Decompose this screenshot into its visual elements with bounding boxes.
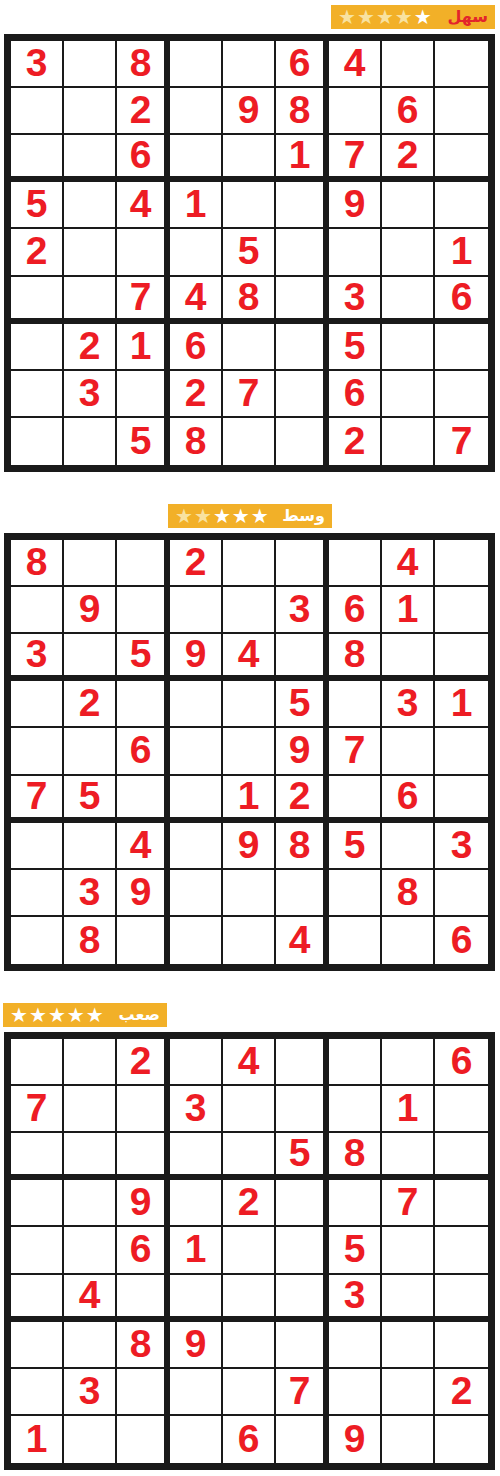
- sudoku-cell-r9c2[interactable]: [64, 1416, 117, 1463]
- star-empty-icon: ★: [175, 506, 193, 526]
- sudoku-cell-r9c7[interactable]: 2: [329, 418, 382, 465]
- sudoku-cell-r5c7[interactable]: [329, 229, 382, 276]
- sudoku-cell-r5c7[interactable]: 7: [329, 728, 382, 775]
- difficulty-label-medium: وسط: [282, 505, 325, 527]
- sudoku-cell-r6c8[interactable]: [382, 1275, 435, 1322]
- sudoku-cell-r4c1[interactable]: [11, 681, 64, 728]
- sudoku-cell-r9c9[interactable]: [435, 1416, 488, 1463]
- puzzle-hard: ★★★★★ صعب 246731589276154389372169: [0, 1003, 500, 1470]
- sudoku-cell-r9c9[interactable]: 6: [435, 917, 488, 964]
- sudoku-cell-r2c8[interactable]: 1: [382, 1086, 435, 1133]
- sudoku-cell-r1c1[interactable]: 3: [11, 41, 64, 88]
- sudoku-cell-r8c9[interactable]: 2: [435, 1369, 488, 1416]
- given-digit: 6: [344, 373, 366, 412]
- sudoku-cell-r4c7[interactable]: [329, 681, 382, 728]
- sudoku-cell-r1c8[interactable]: [382, 41, 435, 88]
- sudoku-cell-r6c5[interactable]: [223, 1275, 276, 1322]
- sudoku-cell-r2c2[interactable]: [64, 88, 117, 135]
- given-digit: 3: [344, 1275, 366, 1314]
- sudoku-cell-r6c7[interactable]: [329, 776, 382, 823]
- sudoku-cell-r4c5[interactable]: [223, 182, 276, 229]
- sudoku-cell-r1c7[interactable]: [329, 540, 382, 587]
- sudoku-cell-r7c5[interactable]: [223, 324, 276, 371]
- sudoku-cell-r4c9[interactable]: [435, 182, 488, 229]
- given-digit: 4: [289, 920, 311, 959]
- star-empty-icon: ★: [357, 7, 375, 27]
- sudoku-cell-r5c5[interactable]: [223, 728, 276, 775]
- sudoku-cell-r9c8[interactable]: [382, 917, 435, 964]
- sudoku-cell-r1c1[interactable]: [11, 1039, 64, 1086]
- difficulty-label-easy: سهل: [447, 6, 488, 28]
- sudoku-cell-r2c5[interactable]: [223, 587, 276, 634]
- sudoku-cell-r4c1[interactable]: [11, 1180, 64, 1227]
- sudoku-cell-r6c4[interactable]: 4: [170, 277, 223, 324]
- sudoku-cell-r7c7[interactable]: 5: [329, 823, 382, 870]
- sudoku-cell-r1c4[interactable]: [170, 1039, 223, 1086]
- given-digit: 1: [185, 1229, 207, 1268]
- sudoku-cell-r7c3[interactable]: 4: [117, 823, 170, 870]
- sudoku-cell-r2c6[interactable]: [276, 1086, 329, 1133]
- sudoku-cell-r6c8[interactable]: [382, 277, 435, 324]
- sudoku-cell-r5c9[interactable]: 1: [435, 229, 488, 276]
- sudoku-cell-r9c3[interactable]: [117, 1416, 170, 1463]
- sudoku-cell-r7c9[interactable]: 3: [435, 823, 488, 870]
- star-empty-icon: ★: [338, 7, 356, 27]
- sudoku-cell-r5c1[interactable]: [11, 1227, 64, 1274]
- given-digit: 3: [26, 43, 48, 82]
- given-digit: 4: [130, 184, 152, 223]
- given-digit: 7: [130, 277, 152, 316]
- given-digit: 5: [344, 825, 366, 864]
- sudoku-cell-r2c1[interactable]: 7: [11, 1086, 64, 1133]
- sudoku-cell-r1c6[interactable]: [276, 1039, 329, 1086]
- sudoku-cell-r3c9[interactable]: [435, 1133, 488, 1180]
- sudoku-cell-r1c2[interactable]: [64, 1039, 117, 1086]
- sudoku-cell-r1c2[interactable]: [64, 540, 117, 587]
- sudoku-cell-r1c3[interactable]: [117, 540, 170, 587]
- sudoku-cell-r5c8[interactable]: [382, 1227, 435, 1274]
- sudoku-cell-r2c9[interactable]: [435, 587, 488, 634]
- sudoku-cell-r5c5[interactable]: [223, 1227, 276, 1274]
- sudoku-cell-r6c2[interactable]: 4: [64, 1275, 117, 1322]
- sudoku-cell-r2c5[interactable]: 9: [223, 88, 276, 135]
- sudoku-cell-r3c1[interactable]: [11, 1133, 64, 1180]
- sudoku-cell-r9c6[interactable]: [276, 418, 329, 465]
- given-digit: 2: [130, 90, 152, 129]
- sudoku-cell-r9c1[interactable]: 1: [11, 1416, 64, 1463]
- sudoku-cell-r6c9[interactable]: [435, 1275, 488, 1322]
- given-digit: 9: [289, 730, 311, 769]
- sudoku-cell-r4c8[interactable]: 3: [382, 681, 435, 728]
- sudoku-cell-r5c8[interactable]: [382, 229, 435, 276]
- sudoku-cell-r8c1[interactable]: [11, 371, 64, 418]
- sudoku-cell-r5c6[interactable]: [276, 1227, 329, 1274]
- sudoku-cell-r7c1[interactable]: [11, 324, 64, 371]
- sudoku-cell-r8c4[interactable]: 2: [170, 371, 223, 418]
- sudoku-cell-r4c4[interactable]: 1: [170, 182, 223, 229]
- sudoku-cell-r4c9[interactable]: 1: [435, 681, 488, 728]
- sudoku-cell-r1c1[interactable]: 8: [11, 540, 64, 587]
- sudoku-cell-r2c8[interactable]: 1: [382, 587, 435, 634]
- sudoku-cell-r3c5[interactable]: [223, 1133, 276, 1180]
- sudoku-cell-r6c3[interactable]: [117, 776, 170, 823]
- sudoku-cell-r2c7[interactable]: 6: [329, 587, 382, 634]
- given-digit: 7: [26, 776, 48, 815]
- sudoku-cell-r2c1[interactable]: [11, 88, 64, 135]
- sudoku-cell-r7c2[interactable]: [64, 1322, 117, 1369]
- sudoku-cell-r7c8[interactable]: [382, 1322, 435, 1369]
- difficulty-banner-easy: ★★★★★ سهل: [331, 5, 495, 29]
- sudoku-cell-r3c7[interactable]: 8: [329, 634, 382, 681]
- sudoku-cell-r5c9[interactable]: [435, 1227, 488, 1274]
- sudoku-cell-r5c3[interactable]: 6: [117, 728, 170, 775]
- sudoku-cell-r6c6[interactable]: 2: [276, 776, 329, 823]
- sudoku-cell-r2c4[interactable]: [170, 587, 223, 634]
- given-digit: 7: [344, 135, 366, 174]
- given-digit: 6: [238, 1419, 260, 1458]
- given-digit: 3: [289, 589, 311, 628]
- sudoku-cell-r2c7[interactable]: [329, 88, 382, 135]
- given-digit: 9: [185, 1324, 207, 1363]
- sudoku-cell-r3c2[interactable]: [64, 1133, 117, 1180]
- sudoku-cell-r3c3[interactable]: [117, 1133, 170, 1180]
- sudoku-cell-r3c8[interactable]: [382, 634, 435, 681]
- given-digit: 9: [130, 872, 152, 911]
- given-digit: 1: [451, 231, 473, 270]
- sudoku-cell-r2c3[interactable]: [117, 587, 170, 634]
- sudoku-cell-r4c2[interactable]: 2: [64, 681, 117, 728]
- sudoku-cell-r3c5[interactable]: [223, 135, 276, 182]
- sudoku-cell-r1c9[interactable]: [435, 41, 488, 88]
- sudoku-cell-r2c4[interactable]: [170, 88, 223, 135]
- sudoku-cell-r4c2[interactable]: [64, 1180, 117, 1227]
- given-digit: 1: [397, 1088, 419, 1127]
- sudoku-cell-r1c4[interactable]: [170, 41, 223, 88]
- sudoku-cell-r9c2[interactable]: 8: [64, 917, 117, 964]
- sudoku-cell-r3c7[interactable]: 8: [329, 1133, 382, 1180]
- sudoku-cell-r9c4[interactable]: 8: [170, 418, 223, 465]
- sudoku-cell-r5c4[interactable]: [170, 728, 223, 775]
- sudoku-cell-r7c9[interactable]: [435, 1322, 488, 1369]
- given-digit: 6: [130, 135, 152, 174]
- sudoku-cell-r3c4[interactable]: [170, 135, 223, 182]
- sudoku-cell-r1c6[interactable]: [276, 540, 329, 587]
- sudoku-cell-r3c8[interactable]: 2: [382, 135, 435, 182]
- sudoku-cell-r8c5[interactable]: [223, 1369, 276, 1416]
- sudoku-cell-r3c6[interactable]: [276, 634, 329, 681]
- sudoku-cell-r8c2[interactable]: 3: [64, 1369, 117, 1416]
- sudoku-cell-r7c9[interactable]: [435, 324, 488, 371]
- sudoku-cell-r9c3[interactable]: [117, 917, 170, 964]
- sudoku-cell-r1c2[interactable]: [64, 41, 117, 88]
- sudoku-cell-r6c4[interactable]: [170, 776, 223, 823]
- sudoku-cell-r9c6[interactable]: 4: [276, 917, 329, 964]
- sudoku-cell-r1c6[interactable]: 6: [276, 41, 329, 88]
- sudoku-cell-r6c3[interactable]: 7: [117, 277, 170, 324]
- given-digit: 4: [238, 1041, 260, 1080]
- given-digit: 8: [130, 1324, 152, 1363]
- sudoku-cell-r9c5[interactable]: [223, 917, 276, 964]
- sudoku-cell-r9c8[interactable]: [382, 1416, 435, 1463]
- sudoku-cell-r4c5[interactable]: 2: [223, 1180, 276, 1227]
- sudoku-cell-r1c9[interactable]: [435, 540, 488, 587]
- sudoku-cell-r6c4[interactable]: [170, 1275, 223, 1322]
- sudoku-cell-r5c2[interactable]: [64, 1227, 117, 1274]
- sudoku-cell-r6c5[interactable]: 1: [223, 776, 276, 823]
- star-empty-icon: ★: [376, 7, 394, 27]
- given-digit: 5: [289, 683, 311, 722]
- sudoku-cell-r5c1[interactable]: [11, 728, 64, 775]
- sudoku-cell-r8c6[interactable]: [276, 870, 329, 917]
- sudoku-cell-r1c8[interactable]: [382, 1039, 435, 1086]
- sudoku-cell-r2c4[interactable]: 3: [170, 1086, 223, 1133]
- sudoku-cell-r8c9[interactable]: [435, 371, 488, 418]
- given-digit: 7: [26, 1088, 48, 1127]
- given-digit: 4: [185, 277, 207, 316]
- sudoku-cell-r2c1[interactable]: [11, 587, 64, 634]
- sudoku-cell-r2c2[interactable]: 9: [64, 587, 117, 634]
- sudoku-cell-r2c3[interactable]: 2: [117, 88, 170, 135]
- sudoku-cell-r5c5[interactable]: 5: [223, 229, 276, 276]
- sudoku-cell-r7c3[interactable]: 8: [117, 1322, 170, 1369]
- sudoku-cell-r4c2[interactable]: [64, 182, 117, 229]
- sudoku-cell-r9c4[interactable]: [170, 917, 223, 964]
- sudoku-cell-r4c3[interactable]: 4: [117, 182, 170, 229]
- difficulty-label-hard: صعب: [119, 1004, 160, 1026]
- sudoku-cell-r7c4[interactable]: [170, 823, 223, 870]
- sudoku-cell-r4c4[interactable]: [170, 681, 223, 728]
- sudoku-cell-r4c3[interactable]: [117, 681, 170, 728]
- given-digit: 8: [289, 825, 311, 864]
- sudoku-cell-r6c6[interactable]: [276, 1275, 329, 1322]
- given-digit: 1: [26, 1419, 48, 1458]
- given-digit: 9: [344, 1419, 366, 1458]
- sudoku-cell-r8c8[interactable]: 8: [382, 870, 435, 917]
- sudoku-cell-r4c8[interactable]: [382, 182, 435, 229]
- sudoku-cell-r5c7[interactable]: 5: [329, 1227, 382, 1274]
- sudoku-cell-r7c2[interactable]: 2: [64, 324, 117, 371]
- sudoku-cell-r6c3[interactable]: [117, 1275, 170, 1322]
- sudoku-cell-r6c1[interactable]: [11, 1275, 64, 1322]
- sudoku-cell-r2c6[interactable]: 8: [276, 88, 329, 135]
- sudoku-cell-r3c6[interactable]: 5: [276, 1133, 329, 1180]
- given-digit: 5: [238, 231, 260, 270]
- sudoku-cell-r5c6[interactable]: 9: [276, 728, 329, 775]
- sudoku-cell-r4c4[interactable]: [170, 1180, 223, 1227]
- sudoku-cell-r5c6[interactable]: [276, 229, 329, 276]
- sudoku-cell-r7c7[interactable]: [329, 1322, 382, 1369]
- sudoku-cell-r8c5[interactable]: 7: [223, 371, 276, 418]
- sudoku-cell-r7c6[interactable]: [276, 1322, 329, 1369]
- sudoku-cell-r6c2[interactable]: [64, 277, 117, 324]
- sudoku-cell-r7c6[interactable]: [276, 324, 329, 371]
- sudoku-cell-r2c9[interactable]: [435, 88, 488, 135]
- star-filled-icon: ★: [10, 1005, 28, 1025]
- sudoku-cell-r4c1[interactable]: 5: [11, 182, 64, 229]
- sudoku-cell-r5c4[interactable]: [170, 229, 223, 276]
- sudoku-cell-r7c8[interactable]: [382, 823, 435, 870]
- sudoku-cell-r6c7[interactable]: 3: [329, 1275, 382, 1322]
- sudoku-cell-r7c1[interactable]: [11, 1322, 64, 1369]
- given-digit: 9: [238, 90, 260, 129]
- sudoku-cell-r5c3[interactable]: [117, 229, 170, 276]
- sudoku-cell-r1c8[interactable]: 4: [382, 540, 435, 587]
- sudoku-cell-r5c2[interactable]: [64, 229, 117, 276]
- sudoku-cell-r7c4[interactable]: 6: [170, 324, 223, 371]
- sudoku-cell-r9c8[interactable]: [382, 418, 435, 465]
- sudoku-cell-r1c5[interactable]: [223, 540, 276, 587]
- sudoku-cell-r2c6[interactable]: 3: [276, 587, 329, 634]
- sudoku-cell-r1c9[interactable]: 6: [435, 1039, 488, 1086]
- sudoku-cell-r8c4[interactable]: [170, 870, 223, 917]
- sudoku-cell-r7c2[interactable]: [64, 823, 117, 870]
- star-empty-icon: ★: [194, 506, 212, 526]
- sudoku-cell-r4c3[interactable]: 9: [117, 1180, 170, 1227]
- given-digit: 8: [344, 634, 366, 673]
- sudoku-cell-r4c6[interactable]: 5: [276, 681, 329, 728]
- sudoku-cell-r9c7[interactable]: [329, 917, 382, 964]
- sudoku-cell-r8c3[interactable]: 9: [117, 870, 170, 917]
- given-digit: 5: [289, 1133, 311, 1172]
- sudoku-cell-r8c1[interactable]: [11, 870, 64, 917]
- sudoku-cell-r6c1[interactable]: 7: [11, 776, 64, 823]
- given-digit: 8: [289, 90, 311, 129]
- star-filled-icon: ★: [48, 1005, 66, 1025]
- sudoku-cell-r3c1[interactable]: 3: [11, 634, 64, 681]
- sudoku-cell-r4c8[interactable]: 7: [382, 1180, 435, 1227]
- sudoku-cell-r1c7[interactable]: [329, 1039, 382, 1086]
- sudoku-cell-r9c1[interactable]: [11, 917, 64, 964]
- sudoku-board-medium: 82493613594825316977512649853398846: [4, 533, 495, 971]
- given-digit: 6: [451, 277, 473, 316]
- sudoku-cell-r1c5[interactable]: [223, 41, 276, 88]
- given-digit: 2: [451, 1371, 473, 1410]
- sudoku-cell-r3c4[interactable]: 9: [170, 634, 223, 681]
- sudoku-cell-r8c9[interactable]: [435, 870, 488, 917]
- given-digit: 1: [397, 589, 419, 628]
- sudoku-cell-r8c5[interactable]: [223, 870, 276, 917]
- sudoku-cell-r2c3[interactable]: [117, 1086, 170, 1133]
- sudoku-cell-r8c3[interactable]: [117, 1369, 170, 1416]
- sudoku-cell-r8c4[interactable]: [170, 1369, 223, 1416]
- sudoku-cell-r9c4[interactable]: [170, 1416, 223, 1463]
- sudoku-cell-r2c2[interactable]: [64, 1086, 117, 1133]
- sudoku-cell-r9c1[interactable]: [11, 418, 64, 465]
- sudoku-cell-r5c3[interactable]: 6: [117, 1227, 170, 1274]
- sudoku-cell-r6c6[interactable]: [276, 277, 329, 324]
- given-digit: 2: [79, 326, 101, 365]
- stars: ★★★★★: [338, 7, 432, 27]
- sudoku-cell-r7c5[interactable]: 9: [223, 823, 276, 870]
- sudoku-cell-r1c7[interactable]: 4: [329, 41, 382, 88]
- given-digit: 5: [130, 421, 152, 460]
- sudoku-cell-r4c5[interactable]: [223, 681, 276, 728]
- sudoku-cell-r3c1[interactable]: [11, 135, 64, 182]
- sudoku-cell-r5c8[interactable]: [382, 728, 435, 775]
- sudoku-cell-r9c5[interactable]: [223, 418, 276, 465]
- sudoku-cell-r3c3[interactable]: 5: [117, 634, 170, 681]
- sudoku-cell-r3c9[interactable]: [435, 135, 488, 182]
- sudoku-cell-r7c7[interactable]: 5: [329, 324, 382, 371]
- sudoku-cell-r9c2[interactable]: [64, 418, 117, 465]
- sudoku-cell-r6c1[interactable]: [11, 277, 64, 324]
- given-digit: 3: [79, 872, 101, 911]
- sudoku-cell-r4c7[interactable]: 9: [329, 182, 382, 229]
- sudoku-cell-r3c7[interactable]: 7: [329, 135, 382, 182]
- sudoku-cell-r8c3[interactable]: [117, 371, 170, 418]
- sudoku-cell-r8c8[interactable]: [382, 1369, 435, 1416]
- sudoku-cell-r9c5[interactable]: 6: [223, 1416, 276, 1463]
- given-digit: 4: [344, 43, 366, 82]
- sudoku-cell-r8c7[interactable]: [329, 870, 382, 917]
- sudoku-cell-r5c2[interactable]: [64, 728, 117, 775]
- sudoku-cell-r8c7[interactable]: 6: [329, 371, 382, 418]
- sudoku-cell-r2c5[interactable]: [223, 1086, 276, 1133]
- given-digit: 4: [79, 1275, 101, 1314]
- sudoku-cell-r4c6[interactable]: [276, 1180, 329, 1227]
- sudoku-cell-r6c9[interactable]: [435, 776, 488, 823]
- sudoku-cell-r6c5[interactable]: 8: [223, 277, 276, 324]
- sudoku-cell-r8c6[interactable]: 7: [276, 1369, 329, 1416]
- sudoku-cell-r4c7[interactable]: [329, 1180, 382, 1227]
- sudoku-cell-r9c3[interactable]: 5: [117, 418, 170, 465]
- sudoku-cell-r1c3[interactable]: 8: [117, 41, 170, 88]
- sudoku-cell-r3c5[interactable]: 4: [223, 634, 276, 681]
- sudoku-cell-r9c9[interactable]: 7: [435, 418, 488, 465]
- sudoku-cell-r3c2[interactable]: [64, 135, 117, 182]
- sudoku-cell-r7c4[interactable]: 9: [170, 1322, 223, 1369]
- sudoku-cell-r8c7[interactable]: [329, 1369, 382, 1416]
- sudoku-cell-r5c9[interactable]: [435, 728, 488, 775]
- sudoku-cell-r3c4[interactable]: [170, 1133, 223, 1180]
- sudoku-cell-r3c3[interactable]: 6: [117, 135, 170, 182]
- sudoku-cell-r3c9[interactable]: [435, 634, 488, 681]
- given-digit: 2: [185, 542, 207, 581]
- sudoku-cell-r6c8[interactable]: 6: [382, 776, 435, 823]
- sudoku-cell-r8c6[interactable]: [276, 371, 329, 418]
- sudoku-cell-r6c2[interactable]: 5: [64, 776, 117, 823]
- sudoku-cell-r7c6[interactable]: 8: [276, 823, 329, 870]
- sudoku-cell-r5c4[interactable]: 1: [170, 1227, 223, 1274]
- sudoku-cell-r3c2[interactable]: [64, 634, 117, 681]
- sudoku-cell-r7c5[interactable]: [223, 1322, 276, 1369]
- sudoku-cell-r3c6[interactable]: 1: [276, 135, 329, 182]
- sudoku-cell-r3c8[interactable]: [382, 1133, 435, 1180]
- sudoku-cell-r7c1[interactable]: [11, 823, 64, 870]
- sudoku-cell-r6c9[interactable]: 6: [435, 277, 488, 324]
- sudoku-cell-r1c4[interactable]: 2: [170, 540, 223, 587]
- given-digit: 6: [130, 1229, 152, 1268]
- sudoku-cell-r8c2[interactable]: 3: [64, 870, 117, 917]
- sudoku-cell-r7c3[interactable]: 1: [117, 324, 170, 371]
- sudoku-cell-r6c7[interactable]: 3: [329, 277, 382, 324]
- sudoku-cell-r4c6[interactable]: [276, 182, 329, 229]
- sudoku-cell-r8c1[interactable]: [11, 1369, 64, 1416]
- sudoku-cell-r8c2[interactable]: 3: [64, 371, 117, 418]
- sudoku-cell-r7c8[interactable]: [382, 324, 435, 371]
- sudoku-cell-r5c1[interactable]: 2: [11, 229, 64, 276]
- sudoku-cell-r9c7[interactable]: 9: [329, 1416, 382, 1463]
- sudoku-cell-r9c6[interactable]: [276, 1416, 329, 1463]
- sudoku-cell-r4c9[interactable]: [435, 1180, 488, 1227]
- given-digit: 3: [397, 683, 419, 722]
- sudoku-cell-r1c3[interactable]: 2: [117, 1039, 170, 1086]
- sudoku-cell-r8c8[interactable]: [382, 371, 435, 418]
- sudoku-cell-r2c9[interactable]: [435, 1086, 488, 1133]
- sudoku-cell-r2c7[interactable]: [329, 1086, 382, 1133]
- sudoku-cell-r2c8[interactable]: 6: [382, 88, 435, 135]
- sudoku-cell-r1c5[interactable]: 4: [223, 1039, 276, 1086]
